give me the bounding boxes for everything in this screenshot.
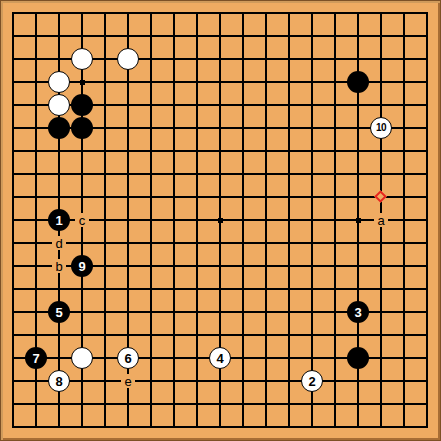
white-stone-move-8: 8 <box>48 370 70 392</box>
white-stone-move-10: 10 <box>370 117 392 139</box>
white-stone <box>117 48 139 70</box>
black-stone <box>347 71 369 93</box>
black-stone-move-1: 1 <box>48 209 70 231</box>
white-stone-move-6: 6 <box>117 347 139 369</box>
white-stone <box>71 48 93 70</box>
black-stone <box>71 117 93 139</box>
black-stone-move-3: 3 <box>347 301 369 323</box>
black-stone-move-9: 9 <box>71 255 93 277</box>
white-stone <box>71 347 93 369</box>
label-point-e: e <box>121 374 135 388</box>
label-point-d: d <box>52 236 66 250</box>
black-stone <box>71 94 93 116</box>
star-point <box>356 218 361 223</box>
black-stone-move-7: 7 <box>25 347 47 369</box>
white-stone <box>48 94 70 116</box>
white-stone-move-2: 2 <box>301 370 323 392</box>
white-stone-move-4: 4 <box>209 347 231 369</box>
black-stone <box>347 347 369 369</box>
label-point-b: b <box>52 259 66 273</box>
go-board: abcde13579246810 <box>0 0 441 441</box>
label-point-c: c <box>75 213 89 227</box>
star-point <box>80 80 85 85</box>
star-point <box>218 218 223 223</box>
white-stone <box>48 71 70 93</box>
label-point-a: a <box>374 213 388 227</box>
black-stone <box>48 117 70 139</box>
black-stone-move-5: 5 <box>48 301 70 323</box>
